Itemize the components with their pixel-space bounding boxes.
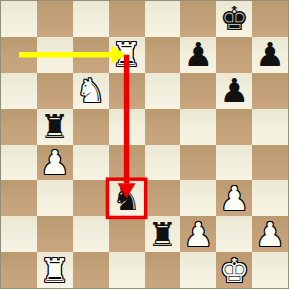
square-a5[interactable] bbox=[1, 109, 37, 145]
square-f6[interactable] bbox=[180, 73, 216, 109]
piece-black-rook-b5[interactable]: ♜ bbox=[40, 110, 70, 143]
piece-white-king-g1[interactable]: ♚ bbox=[219, 254, 249, 287]
piece-black-king-g8[interactable]: ♚ bbox=[219, 2, 249, 35]
square-e6[interactable] bbox=[145, 73, 181, 109]
square-g4[interactable] bbox=[216, 145, 252, 181]
square-g8[interactable]: ♚ bbox=[216, 1, 252, 37]
square-e7[interactable] bbox=[145, 37, 181, 73]
square-b7[interactable] bbox=[37, 37, 73, 73]
square-d2[interactable] bbox=[109, 216, 145, 252]
piece-black-pawn-g6[interactable]: ♟ bbox=[219, 74, 249, 107]
square-e3[interactable] bbox=[145, 180, 181, 216]
square-h8[interactable] bbox=[252, 1, 288, 37]
square-h1[interactable] bbox=[252, 252, 288, 288]
square-f7[interactable]: ♟ bbox=[180, 37, 216, 73]
square-a1[interactable] bbox=[1, 252, 37, 288]
square-d3[interactable]: ♞ bbox=[109, 180, 145, 216]
square-b3[interactable] bbox=[37, 180, 73, 216]
square-a6[interactable] bbox=[1, 73, 37, 109]
square-e1[interactable] bbox=[145, 252, 181, 288]
piece-white-pawn-g3[interactable]: ♟ bbox=[219, 182, 249, 215]
piece-white-knight-c6[interactable]: ♞ bbox=[76, 74, 106, 107]
piece-black-pawn-f7[interactable]: ♟ bbox=[184, 38, 214, 71]
square-f8[interactable] bbox=[180, 1, 216, 37]
square-g6[interactable]: ♟ bbox=[216, 73, 252, 109]
square-d5[interactable] bbox=[109, 109, 145, 145]
square-a3[interactable] bbox=[1, 180, 37, 216]
square-e5[interactable] bbox=[145, 109, 181, 145]
square-b2[interactable] bbox=[37, 216, 73, 252]
square-d6[interactable] bbox=[109, 73, 145, 109]
square-d7[interactable]: ♜ bbox=[109, 37, 145, 73]
square-h2[interactable]: ♟ bbox=[252, 216, 288, 252]
square-c6[interactable]: ♞ bbox=[73, 73, 109, 109]
square-g1[interactable]: ♚ bbox=[216, 252, 252, 288]
square-h3[interactable] bbox=[252, 180, 288, 216]
square-c7[interactable] bbox=[73, 37, 109, 73]
square-b6[interactable] bbox=[37, 73, 73, 109]
square-e8[interactable] bbox=[145, 1, 181, 37]
board-grid: ♚♜♟♟♞♟♜♟♞♟♜♟♟♜♚ bbox=[1, 1, 288, 288]
square-a8[interactable] bbox=[1, 1, 37, 37]
square-d1[interactable] bbox=[109, 252, 145, 288]
piece-white-pawn-b4[interactable]: ♟ bbox=[40, 146, 70, 179]
piece-black-pawn-h7[interactable]: ♟ bbox=[255, 38, 285, 71]
square-a4[interactable] bbox=[1, 145, 37, 181]
square-h6[interactable] bbox=[252, 73, 288, 109]
square-c5[interactable] bbox=[73, 109, 109, 145]
square-c8[interactable] bbox=[73, 1, 109, 37]
square-f4[interactable] bbox=[180, 145, 216, 181]
square-a7[interactable] bbox=[1, 37, 37, 73]
square-c1[interactable] bbox=[73, 252, 109, 288]
square-g7[interactable] bbox=[216, 37, 252, 73]
square-f5[interactable] bbox=[180, 109, 216, 145]
square-c3[interactable] bbox=[73, 180, 109, 216]
square-c4[interactable] bbox=[73, 145, 109, 181]
square-e4[interactable] bbox=[145, 145, 181, 181]
square-h5[interactable] bbox=[252, 109, 288, 145]
square-g3[interactable]: ♟ bbox=[216, 180, 252, 216]
square-g2[interactable] bbox=[216, 216, 252, 252]
square-f2[interactable]: ♟ bbox=[180, 216, 216, 252]
square-e2[interactable]: ♜ bbox=[145, 216, 181, 252]
square-h4[interactable] bbox=[252, 145, 288, 181]
square-c2[interactable] bbox=[73, 216, 109, 252]
piece-white-rook-b1[interactable]: ♜ bbox=[40, 254, 70, 287]
square-g5[interactable] bbox=[216, 109, 252, 145]
square-b4[interactable]: ♟ bbox=[37, 145, 73, 181]
piece-black-rook-e2[interactable]: ♜ bbox=[148, 218, 178, 251]
piece-white-pawn-h2[interactable]: ♟ bbox=[255, 218, 285, 251]
square-h7[interactable]: ♟ bbox=[252, 37, 288, 73]
square-b1[interactable]: ♜ bbox=[37, 252, 73, 288]
square-d4[interactable] bbox=[109, 145, 145, 181]
square-f1[interactable] bbox=[180, 252, 216, 288]
piece-white-pawn-f2[interactable]: ♟ bbox=[184, 218, 214, 251]
square-f3[interactable] bbox=[180, 180, 216, 216]
square-b8[interactable] bbox=[37, 1, 73, 37]
square-b5[interactable]: ♜ bbox=[37, 109, 73, 145]
piece-black-knight-d3[interactable]: ♞ bbox=[112, 182, 142, 215]
square-d8[interactable] bbox=[109, 1, 145, 37]
square-a2[interactable] bbox=[1, 216, 37, 252]
piece-white-rook-d7[interactable]: ♜ bbox=[112, 38, 142, 71]
chess-board: ♚♜♟♟♞♟♜♟♞♟♜♟♟♜♚ bbox=[0, 0, 289, 289]
